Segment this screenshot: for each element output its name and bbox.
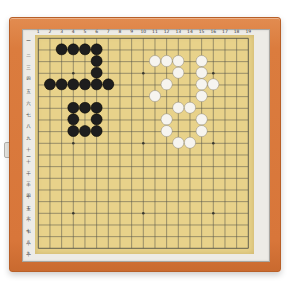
black-stone[interactable]: [68, 102, 79, 113]
black-stone[interactable]: [79, 102, 90, 113]
white-stone[interactable]: [149, 91, 160, 102]
black-stone[interactable]: [56, 79, 67, 90]
white-stone[interactable]: [161, 114, 172, 125]
black-stone[interactable]: [79, 79, 90, 90]
left-coordinate-label: 十四: [23, 184, 34, 195]
black-stone[interactable]: [79, 44, 90, 55]
black-stone[interactable]: [91, 79, 102, 90]
white-stone[interactable]: [196, 114, 207, 125]
black-stone[interactable]: [91, 56, 102, 67]
black-stone[interactable]: [68, 114, 79, 125]
star-point: [142, 72, 145, 75]
white-stone[interactable]: [184, 137, 195, 148]
left-coordinate-label: 四: [23, 68, 34, 79]
star-point: [72, 72, 75, 75]
white-stone[interactable]: [173, 56, 184, 67]
black-stone[interactable]: [68, 79, 79, 90]
black-stone[interactable]: [79, 126, 90, 137]
black-stone[interactable]: [91, 102, 102, 113]
black-stone[interactable]: [91, 114, 102, 125]
white-stone[interactable]: [161, 56, 172, 67]
black-stone[interactable]: [91, 126, 102, 137]
left-coordinate-label: 七: [23, 103, 34, 114]
left-coordinate-label: 九: [23, 126, 34, 137]
black-stone[interactable]: [56, 44, 67, 55]
white-stone[interactable]: [196, 56, 207, 67]
white-stone[interactable]: [196, 91, 207, 102]
left-coordinate-label: 八: [23, 114, 34, 125]
white-stone[interactable]: [161, 79, 172, 90]
black-stone[interactable]: [103, 79, 114, 90]
white-stone[interactable]: [173, 67, 184, 78]
star-point: [142, 212, 145, 215]
product-photo-stage: 12345678910111213141516171819 一二三四五六七八九十…: [0, 0, 290, 290]
left-coordinate-label: 十九: [23, 243, 34, 254]
star-point: [212, 212, 215, 215]
black-stone[interactable]: [91, 67, 102, 78]
black-stone[interactable]: [91, 44, 102, 55]
white-stone[interactable]: [149, 56, 160, 67]
go-board[interactable]: [35, 35, 254, 254]
white-stone[interactable]: [196, 67, 207, 78]
white-stone[interactable]: [161, 126, 172, 137]
black-stone[interactable]: [44, 79, 55, 90]
left-coordinate-label: 十七: [23, 219, 34, 230]
star-point: [72, 212, 75, 215]
star-point: [72, 142, 75, 145]
left-coordinate-label: 二: [23, 44, 34, 55]
left-coordinate-label: 十八: [23, 231, 34, 242]
star-point: [212, 142, 215, 145]
left-coordinate-label: 五: [23, 79, 34, 90]
star-point: [142, 142, 145, 145]
left-coordinate-label: 十: [23, 138, 34, 149]
black-stone[interactable]: [68, 44, 79, 55]
left-coordinate-label: 三: [23, 56, 34, 67]
left-coordinate-label: 十五: [23, 196, 34, 207]
white-stone[interactable]: [208, 79, 219, 90]
left-coordinate-label: 十六: [23, 208, 34, 219]
left-coordinate-label: 十二: [23, 161, 34, 172]
left-coordinate-label: 六: [23, 91, 34, 102]
white-stone[interactable]: [173, 137, 184, 148]
left-coordinate-label: 一: [23, 33, 34, 44]
star-point: [212, 72, 215, 75]
white-stone[interactable]: [184, 102, 195, 113]
black-stone[interactable]: [68, 126, 79, 137]
left-coordinate-label: 十一: [23, 149, 34, 160]
board-grid-svg: [35, 35, 254, 254]
white-stone[interactable]: [196, 79, 207, 90]
white-stone[interactable]: [196, 126, 207, 137]
left-coordinate-label: 十三: [23, 173, 34, 184]
white-stone[interactable]: [173, 102, 184, 113]
